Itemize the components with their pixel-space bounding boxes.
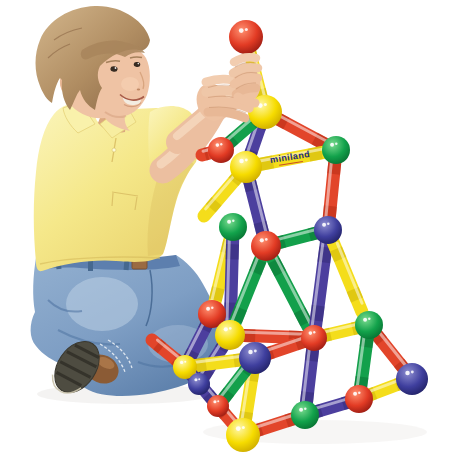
- toy-ball-red: [345, 385, 373, 413]
- ball-specular-dot: [363, 318, 367, 322]
- toy-rod-part: [329, 206, 330, 217]
- ball-specular-dot: [213, 400, 216, 403]
- toy-rod-part: [324, 247, 326, 262]
- ball-specular-dot: [242, 426, 245, 429]
- ball-specular-dot: [411, 371, 414, 374]
- ball-specular-dot: [180, 361, 183, 364]
- toy-rod-part: [334, 163, 335, 174]
- toy-ball-red: [301, 325, 327, 351]
- ball-specular-dot: [358, 392, 361, 395]
- toy-rod-part: [316, 306, 318, 321]
- ball-specular-dot: [265, 238, 268, 241]
- ball-specular-dot: [322, 223, 326, 227]
- toy-ball-red: [251, 231, 281, 261]
- cheek-highlight: [121, 77, 139, 91]
- toy-ball-surface: [230, 151, 262, 183]
- ball-specular-dot: [327, 223, 330, 226]
- far-finger: [234, 57, 256, 62]
- toy-ball-green: [322, 136, 350, 164]
- toy-ball-blue: [239, 342, 271, 374]
- toy-rod-part: [266, 246, 314, 338]
- toy-ball-yellow: [230, 151, 262, 183]
- ball-specular-dot: [405, 371, 409, 375]
- toy-ball-red: [229, 20, 263, 54]
- ball-specular-dot: [232, 220, 235, 223]
- ball-specular-dot: [353, 392, 357, 396]
- magnetic-toy-structure: [152, 20, 428, 452]
- toy-ball-surface: [396, 363, 428, 395]
- ball-specular-dot: [236, 426, 241, 431]
- toy-ball-green: [291, 401, 319, 429]
- toy-ball-red: [208, 137, 234, 163]
- ball-specular-dot: [229, 327, 232, 330]
- toy-ball-blue: [396, 363, 428, 395]
- ball-specular-dot: [184, 361, 186, 363]
- toy-rod-part: [274, 254, 312, 328]
- toy-ball-surface: [251, 231, 281, 261]
- toy-ball-surface: [301, 325, 327, 351]
- ball-specular-dot: [217, 400, 219, 402]
- toy-ball-red: [207, 395, 229, 417]
- jeans-knee-wash: [66, 277, 138, 331]
- toy-ball-surface: [226, 418, 260, 452]
- ball-specular-dot: [313, 331, 315, 333]
- product-photo: miniland: [0, 0, 452, 452]
- toy-ball-yellow: [226, 418, 260, 452]
- ball-specular-dot: [216, 143, 220, 147]
- boy-head: [36, 6, 151, 131]
- toy-ball-surface: [355, 311, 383, 339]
- toy-ball-surface: [208, 137, 234, 163]
- ball-specular-dot: [304, 408, 307, 411]
- toy-ball-surface: [291, 401, 319, 429]
- toy-rod-part: [311, 350, 312, 361]
- toy-ball-surface: [314, 216, 342, 244]
- toy-ball-surface: [345, 385, 373, 413]
- toy-rod-part: [331, 237, 362, 312]
- toy-rod-part: [309, 153, 322, 155]
- toy-rod-part: [306, 392, 307, 403]
- toy-ball-surface: [322, 136, 350, 164]
- ball-specular-dot: [299, 408, 303, 412]
- nostril: [137, 89, 140, 91]
- toy-rod-green: [266, 246, 314, 338]
- shirt-button: [112, 148, 116, 152]
- ball-specular-dot: [224, 327, 228, 331]
- toy-ball-surface: [239, 342, 271, 374]
- toy-ball-yellow: [215, 320, 245, 350]
- ball-specular-dot: [194, 378, 197, 381]
- toy-ball-green: [219, 213, 247, 241]
- ball-specular-dot: [309, 331, 313, 335]
- ball-specular-dot: [206, 307, 210, 311]
- toy-ball-surface: [219, 213, 247, 241]
- toy-ball-blue: [188, 373, 210, 395]
- ball-specular-dot: [368, 318, 371, 321]
- brand-label-group: miniland: [269, 149, 311, 167]
- ball-specular-dot: [330, 143, 334, 147]
- toy-ball-green: [355, 311, 383, 339]
- toy-ball-blue: [314, 216, 342, 244]
- ball-specular-dot: [264, 103, 267, 106]
- ball-specular-dot: [198, 378, 200, 380]
- toy-ball-surface: [207, 395, 229, 417]
- ball-specular-dot: [245, 159, 248, 162]
- toy-ball-surface: [188, 373, 210, 395]
- eye-glint: [115, 67, 117, 69]
- toy-rod-purple: [312, 230, 328, 338]
- ball-specular-dot: [239, 28, 244, 33]
- toy-rod-yellow: [331, 237, 362, 312]
- ball-specular-dot: [239, 159, 243, 163]
- ball-specular-dot: [220, 143, 222, 145]
- eye-glint: [138, 63, 140, 65]
- ball-specular-dot: [335, 143, 338, 146]
- toy-rod-part: [196, 364, 206, 365]
- ball-specular-dot: [245, 28, 248, 31]
- jeans-belt-loop: [88, 261, 93, 271]
- ball-specular-dot: [227, 220, 231, 224]
- ball-specular-dot: [260, 238, 264, 242]
- toy-ball-surface: [229, 20, 263, 54]
- ball-specular-dot: [254, 350, 257, 353]
- toy-rod-part: [205, 154, 208, 155]
- photo-canvas: miniland: [0, 0, 452, 452]
- ball-specular-dot: [248, 350, 252, 354]
- ball-specular-dot: [211, 307, 214, 310]
- toy-ball-surface: [215, 320, 245, 350]
